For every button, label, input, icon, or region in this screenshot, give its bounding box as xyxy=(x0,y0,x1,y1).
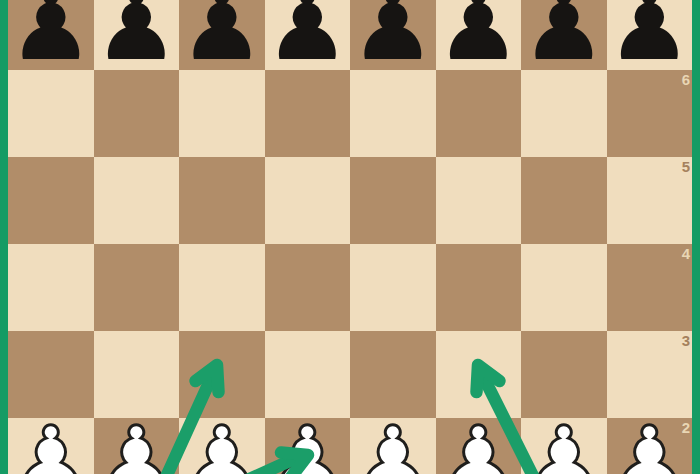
square-h5[interactable] xyxy=(607,157,693,244)
square-a3[interactable] xyxy=(8,331,94,418)
chess-board: ♟♟♟♟♟♟♟♟♟♟♟♟♟♟♟♟ xyxy=(8,0,692,474)
white-pawn-g2[interactable]: ♟ xyxy=(521,418,606,474)
square-d2[interactable]: ♟ xyxy=(265,418,351,474)
square-g6[interactable] xyxy=(521,70,607,157)
square-e2[interactable]: ♟ xyxy=(350,418,436,474)
square-a4[interactable] xyxy=(8,244,94,331)
square-e6[interactable] xyxy=(350,70,436,157)
square-g5[interactable] xyxy=(521,157,607,244)
rank-label-6: 6 xyxy=(682,72,690,87)
square-d7[interactable]: ♟ xyxy=(265,0,351,70)
square-d6[interactable] xyxy=(265,70,351,157)
rank-label-2: 2 xyxy=(682,420,690,435)
square-h4[interactable] xyxy=(607,244,693,331)
square-b4[interactable] xyxy=(94,244,180,331)
square-d3[interactable] xyxy=(265,331,351,418)
square-g7[interactable]: ♟ xyxy=(521,0,607,70)
square-a5[interactable] xyxy=(8,157,94,244)
rank-label-3: 3 xyxy=(682,333,690,348)
white-pawn-a2[interactable]: ♟ xyxy=(8,418,93,474)
white-pawn-b2[interactable]: ♟ xyxy=(94,418,179,474)
square-b2[interactable]: ♟ xyxy=(94,418,180,474)
black-pawn-e7[interactable]: ♟ xyxy=(350,0,435,70)
square-c3[interactable] xyxy=(179,331,265,418)
square-b7[interactable]: ♟ xyxy=(94,0,180,70)
square-h6[interactable] xyxy=(607,70,693,157)
square-a2[interactable]: ♟ xyxy=(8,418,94,474)
square-g3[interactable] xyxy=(521,331,607,418)
square-f5[interactable] xyxy=(436,157,522,244)
square-c4[interactable] xyxy=(179,244,265,331)
rank-label-4: 4 xyxy=(682,246,690,261)
square-b5[interactable] xyxy=(94,157,180,244)
square-f3[interactable] xyxy=(436,331,522,418)
chess-board-viewport: ♟♟♟♟♟♟♟♟♟♟♟♟♟♟♟♟ 65432 xyxy=(0,0,700,474)
black-pawn-f7[interactable]: ♟ xyxy=(436,0,521,70)
square-c2[interactable]: ♟ xyxy=(179,418,265,474)
black-pawn-a7[interactable]: ♟ xyxy=(8,0,93,70)
square-f4[interactable] xyxy=(436,244,522,331)
rank-label-5: 5 xyxy=(682,159,690,174)
square-a6[interactable] xyxy=(8,70,94,157)
black-pawn-b7[interactable]: ♟ xyxy=(94,0,179,70)
square-f2[interactable]: ♟ xyxy=(436,418,522,474)
square-d5[interactable] xyxy=(265,157,351,244)
square-e7[interactable]: ♟ xyxy=(350,0,436,70)
square-d4[interactable] xyxy=(265,244,351,331)
square-e4[interactable] xyxy=(350,244,436,331)
square-h7[interactable]: ♟ xyxy=(607,0,693,70)
white-pawn-f2[interactable]: ♟ xyxy=(436,418,521,474)
white-pawn-d2[interactable]: ♟ xyxy=(265,418,350,474)
square-b3[interactable] xyxy=(94,331,180,418)
square-g4[interactable] xyxy=(521,244,607,331)
square-h2[interactable]: ♟ xyxy=(607,418,693,474)
black-pawn-h7[interactable]: ♟ xyxy=(607,0,692,70)
square-b6[interactable] xyxy=(94,70,180,157)
white-pawn-c2[interactable]: ♟ xyxy=(179,418,264,474)
square-h3[interactable] xyxy=(607,331,693,418)
square-e5[interactable] xyxy=(350,157,436,244)
square-f7[interactable]: ♟ xyxy=(436,0,522,70)
square-c7[interactable]: ♟ xyxy=(179,0,265,70)
black-pawn-g7[interactable]: ♟ xyxy=(521,0,606,70)
white-pawn-e2[interactable]: ♟ xyxy=(350,418,435,474)
square-g2[interactable]: ♟ xyxy=(521,418,607,474)
square-c5[interactable] xyxy=(179,157,265,244)
square-c6[interactable] xyxy=(179,70,265,157)
black-pawn-c7[interactable]: ♟ xyxy=(179,0,264,70)
white-pawn-h2[interactable]: ♟ xyxy=(607,418,692,474)
square-f6[interactable] xyxy=(436,70,522,157)
black-pawn-d7[interactable]: ♟ xyxy=(265,0,350,70)
square-a7[interactable]: ♟ xyxy=(8,0,94,70)
square-e3[interactable] xyxy=(350,331,436,418)
